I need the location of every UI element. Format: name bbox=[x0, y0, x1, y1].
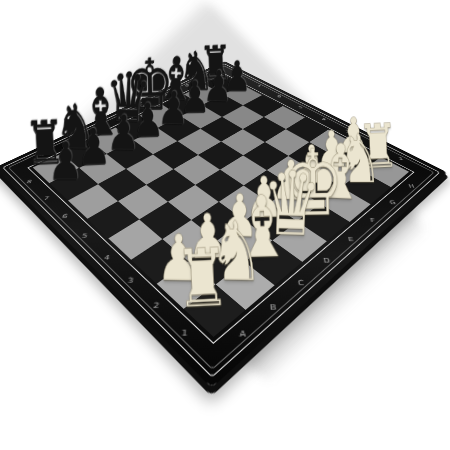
rank-label-far-5: 5 bbox=[296, 105, 306, 110]
black-pawn-a7[interactable]: ♟ bbox=[36, 136, 96, 188]
white-rook-a1[interactable]: ♜ bbox=[162, 235, 243, 319]
rank-label-far-6: 6 bbox=[275, 94, 284, 98]
board-grid: ♜♟♟♜♞♟♟♞♝♟♟♝♚♟♟♚♛♟♟♛♝♟♟♝♞♟♟♞♜♟♟♜ bbox=[33, 75, 409, 337]
scene: ♜♟♟♜♞♟♟♞♝♟♟♝♚♟♟♚♛♟♟♛♝♟♟♝♞♟♟♞♜♟♟♜ AA88BB7… bbox=[0, 0, 450, 450]
chess-board: ♜♟♟♜♞♟♟♞♝♟♟♝♚♟♟♚♛♟♟♛♝♟♟♝♞♟♟♞♜♟♟♜ AA88BB7… bbox=[0, 61, 448, 388]
chess-set-photo: ♜♟♟♜♞♟♟♞♝♟♟♝♚♟♟♚♛♟♟♛♝♟♟♝♞♟♟♞♜♟♟♜ AA88BB7… bbox=[0, 0, 450, 450]
